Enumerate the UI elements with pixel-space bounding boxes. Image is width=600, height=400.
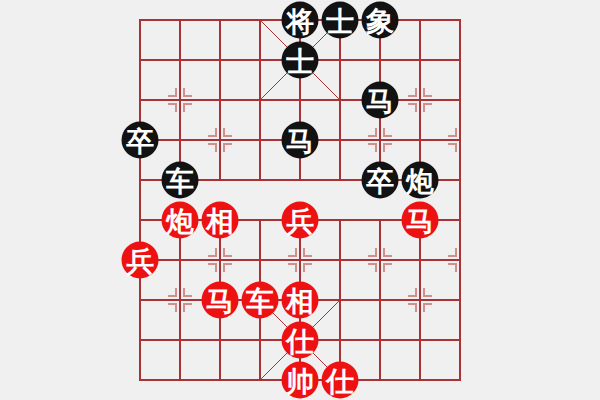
piece-red-advisor[interactable]: 仕 bbox=[322, 362, 359, 399]
star-marker bbox=[208, 128, 216, 136]
piece-label: 相 bbox=[285, 285, 314, 318]
piece-black-advisor[interactable]: 士 bbox=[282, 42, 319, 79]
piece-label: 兵 bbox=[286, 205, 314, 238]
star-marker bbox=[448, 264, 456, 272]
piece-label: 车 bbox=[245, 285, 274, 318]
star-marker bbox=[224, 248, 232, 256]
star-marker bbox=[448, 144, 456, 152]
star-marker bbox=[368, 128, 376, 136]
star-marker bbox=[384, 144, 392, 152]
star-marker bbox=[224, 264, 232, 272]
piece-label: 帅 bbox=[285, 365, 314, 398]
piece-black-general[interactable]: 将 bbox=[282, 2, 319, 39]
piece-label: 仕 bbox=[324, 365, 354, 398]
piece-red-advisor[interactable]: 仕 bbox=[282, 322, 319, 359]
star-marker bbox=[368, 144, 376, 152]
piece-black-soldier[interactable]: 卒 bbox=[362, 162, 399, 199]
piece-label: 炮 bbox=[404, 165, 434, 198]
piece-label: 相 bbox=[205, 205, 234, 238]
star-marker bbox=[384, 128, 392, 136]
piece-label: 士 bbox=[286, 45, 314, 78]
piece-red-horse[interactable]: 马 bbox=[202, 282, 239, 319]
piece-black-horse[interactable]: 马 bbox=[282, 122, 319, 159]
piece-label: 马 bbox=[206, 285, 234, 318]
piece-label: 士 bbox=[326, 5, 354, 38]
star-marker bbox=[168, 88, 176, 96]
star-marker bbox=[448, 128, 456, 136]
star-marker bbox=[408, 304, 416, 312]
piece-label: 车 bbox=[165, 165, 194, 198]
xiangqi-board[interactable]: 将士象士马卒马车卒炮炮相兵马兵马车相仕帅仕 bbox=[0, 0, 600, 400]
star-marker bbox=[224, 144, 232, 152]
piece-label: 马 bbox=[406, 205, 434, 238]
piece-label: 兵 bbox=[126, 245, 154, 278]
star-marker bbox=[368, 248, 376, 256]
star-marker bbox=[168, 288, 176, 296]
star-marker bbox=[424, 88, 432, 96]
piece-black-horse[interactable]: 马 bbox=[362, 82, 399, 119]
piece-red-elephant[interactable]: 相 bbox=[282, 282, 319, 319]
star-marker bbox=[408, 288, 416, 296]
star-marker bbox=[384, 264, 392, 272]
star-marker bbox=[168, 304, 176, 312]
star-marker bbox=[408, 104, 416, 112]
piece-label: 卒 bbox=[126, 125, 154, 158]
star-marker bbox=[184, 88, 192, 96]
star-marker bbox=[408, 88, 416, 96]
star-marker bbox=[184, 104, 192, 112]
star-marker bbox=[288, 248, 296, 256]
piece-red-soldier[interactable]: 兵 bbox=[282, 202, 319, 239]
piece-label: 炮 bbox=[164, 205, 194, 238]
star-marker bbox=[184, 288, 192, 296]
star-marker bbox=[424, 104, 432, 112]
piece-red-general[interactable]: 帅 bbox=[282, 362, 319, 399]
star-marker bbox=[384, 248, 392, 256]
star-marker bbox=[424, 288, 432, 296]
piece-black-advisor[interactable]: 士 bbox=[322, 2, 359, 39]
piece-red-chariot[interactable]: 车 bbox=[242, 282, 279, 319]
star-marker bbox=[304, 264, 312, 272]
star-marker bbox=[424, 304, 432, 312]
piece-label: 将 bbox=[285, 5, 314, 38]
piece-label: 马 bbox=[286, 125, 314, 158]
piece-black-cannon[interactable]: 炮 bbox=[402, 162, 439, 199]
xiangqi-app: 将士象士马卒马车卒炮炮相兵马兵马车相仕帅仕 bbox=[0, 0, 600, 400]
star-marker bbox=[208, 248, 216, 256]
star-marker bbox=[208, 144, 216, 152]
piece-label: 仕 bbox=[284, 325, 314, 358]
star-marker bbox=[448, 248, 456, 256]
piece-red-soldier[interactable]: 兵 bbox=[122, 242, 159, 279]
star-marker bbox=[304, 248, 312, 256]
piece-red-elephant[interactable]: 相 bbox=[202, 202, 239, 239]
star-marker bbox=[208, 264, 216, 272]
piece-red-horse[interactable]: 马 bbox=[402, 202, 439, 239]
piece-red-cannon[interactable]: 炮 bbox=[162, 202, 199, 239]
star-marker bbox=[368, 264, 376, 272]
star-marker bbox=[288, 264, 296, 272]
piece-black-chariot[interactable]: 车 bbox=[162, 162, 199, 199]
piece-label: 象 bbox=[365, 5, 394, 38]
piece-label: 卒 bbox=[366, 165, 394, 198]
star-marker bbox=[168, 104, 176, 112]
piece-black-elephant[interactable]: 象 bbox=[362, 2, 399, 39]
star-marker bbox=[184, 304, 192, 312]
piece-label: 马 bbox=[366, 85, 394, 118]
star-marker bbox=[224, 128, 232, 136]
piece-black-soldier[interactable]: 卒 bbox=[122, 122, 159, 159]
